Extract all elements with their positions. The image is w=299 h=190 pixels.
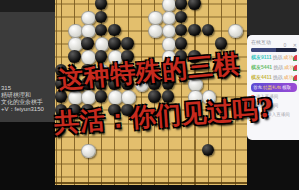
promo-banner-button[interactable]: 首充 特惠礼包 领取 — [251, 83, 297, 92]
black-stone — [81, 37, 94, 50]
live-stream-screen: 315 精研棋理和 文化的业余棋手 +V：feiyun3150 这种特殊的三棋 … — [0, 0, 299, 190]
sidebar-bottom-shade — [0, 122, 55, 190]
black-stone — [202, 24, 215, 37]
black-stone — [188, 0, 201, 10]
black-stone — [175, 0, 188, 10]
result-label: 成功 — [284, 54, 294, 60]
rose-icon — [294, 75, 297, 80]
user-name[interactable]: 棋友4411 — [251, 74, 272, 80]
close-icon[interactable]: ✕ — [293, 42, 297, 48]
black-stone — [108, 37, 121, 50]
left-sidebar: 315 精研棋理和 文化的业余棋手 +V：feiyun3150 — [0, 0, 55, 190]
banner-left-label: 首充 — [253, 85, 262, 90]
star-point — [140, 149, 143, 152]
banner-claim-label: 领取 — [282, 85, 291, 90]
black-stone — [175, 24, 188, 37]
action-label: 挑战 — [273, 64, 283, 70]
top-right-shade — [247, 0, 299, 35]
result-label: 成功 — [284, 64, 294, 70]
action-label: 挑战 — [273, 54, 283, 60]
contact-wechat-id: +V：feiyun3150 — [1, 106, 44, 113]
rose-icon — [294, 55, 297, 60]
black-stone — [175, 11, 188, 24]
black-stone — [202, 144, 215, 157]
user-name[interactable]: 棋友9111 — [251, 54, 272, 60]
black-stone — [95, 0, 108, 10]
rose-icon — [294, 65, 297, 70]
black-stone — [95, 24, 108, 37]
interaction-row: 棋友4411 挑战 成功 — [251, 72, 297, 82]
count-badge: 0 — [284, 42, 287, 48]
result-label: 成功 — [284, 74, 294, 80]
contact-line-3: 文化的业余棋手 — [1, 99, 44, 106]
black-stone — [108, 24, 121, 37]
user-name[interactable]: 棋友5441 — [251, 64, 272, 70]
black-stone — [175, 37, 188, 50]
white-stone — [81, 144, 96, 159]
banner-mid-label: 特惠礼包 — [263, 85, 281, 90]
white-stone — [228, 24, 243, 39]
white-stone — [81, 11, 96, 26]
black-stone — [95, 11, 108, 24]
black-stone — [121, 37, 134, 50]
white-stone — [148, 11, 163, 26]
sidebar-top-shade — [0, 0, 55, 12]
board-bottom-edge-line — [55, 182, 247, 184]
interaction-row: 棋友9111 挑战 成功 — [251, 52, 297, 62]
contact-info-block: 315 精研棋理和 文化的业余棋手 +V：feiyun3150 — [1, 85, 44, 113]
black-stone — [188, 24, 201, 37]
white-stone — [162, 11, 177, 26]
panel-title: 在线互动 — [251, 39, 271, 45]
contact-line-1: 315 — [1, 85, 44, 92]
white-stone — [148, 24, 163, 39]
contact-line-2: 精研棋理和 — [1, 92, 44, 99]
action-label: 挑战 — [273, 74, 283, 80]
interaction-row: 棋友5441 挑战 成功 — [251, 62, 297, 72]
